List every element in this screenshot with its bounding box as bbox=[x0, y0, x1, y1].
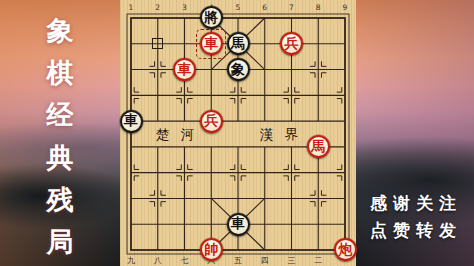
thumbnail-frame: 象 棋 经 典 残 局 感谢关注 点赞转发 123456789九八七六五四三二一… bbox=[0, 0, 474, 266]
board-point: 馬 bbox=[305, 134, 332, 160]
title-char: 残 bbox=[47, 186, 74, 213]
board-point: 車 bbox=[198, 31, 225, 57]
caption-line-1: 感谢关注 bbox=[370, 190, 462, 217]
piece-red-cannon[interactable]: 炮 bbox=[334, 238, 357, 261]
board-point: 兵 bbox=[198, 108, 225, 134]
board-point: 車 bbox=[225, 211, 252, 237]
board-point: 兵 bbox=[278, 31, 305, 57]
board-point: 車 bbox=[118, 108, 145, 134]
board-point: 馬 bbox=[225, 31, 252, 57]
board-point: 象 bbox=[225, 57, 252, 83]
title-char: 棋 bbox=[47, 59, 74, 86]
board-point: 帥 bbox=[198, 237, 225, 263]
piece-black-chariot[interactable]: 車 bbox=[120, 110, 143, 133]
title-char: 局 bbox=[47, 228, 74, 255]
piece-black-horse[interactable]: 馬 bbox=[227, 32, 250, 55]
piece-black-chariot[interactable]: 車 bbox=[227, 213, 250, 236]
piece-layer: 將車馬兵車象車兵馬車帥炮 bbox=[118, 5, 359, 263]
left-vertical-title: 象 棋 经 典 残 局 bbox=[37, 17, 83, 255]
board-point: 將 bbox=[198, 5, 225, 31]
title-char: 象 bbox=[47, 17, 74, 44]
caption-line-2: 点赞转发 bbox=[370, 217, 462, 244]
piece-red-horse[interactable]: 馬 bbox=[307, 135, 330, 158]
title-char: 经 bbox=[47, 101, 74, 128]
piece-red-soldier[interactable]: 兵 bbox=[200, 110, 223, 133]
right-caption: 感谢关注 点赞转发 bbox=[370, 190, 462, 244]
title-char: 典 bbox=[47, 144, 74, 171]
piece-black-general[interactable]: 將 bbox=[200, 6, 223, 29]
board-point: 炮 bbox=[332, 237, 359, 263]
piece-red-chariot[interactable]: 車 bbox=[173, 58, 196, 81]
xiangqi-board[interactable]: 123456789九八七六五四三二一楚 河漢 界 將車馬兵車象車兵馬車帥炮 bbox=[120, 0, 356, 266]
piece-black-elephant[interactable]: 象 bbox=[227, 58, 250, 81]
piece-red-general[interactable]: 帥 bbox=[200, 238, 223, 261]
piece-red-chariot[interactable]: 車 bbox=[200, 32, 223, 55]
piece-red-soldier[interactable]: 兵 bbox=[280, 32, 303, 55]
board-point: 車 bbox=[171, 57, 198, 83]
